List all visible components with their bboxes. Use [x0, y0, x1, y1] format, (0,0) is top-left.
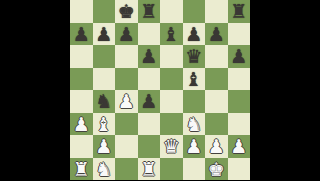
square-c3[interactable] — [115, 113, 138, 136]
piece-black-rook[interactable]: ♜ — [140, 0, 157, 22]
square-a5[interactable] — [70, 68, 93, 91]
square-f5[interactable]: ♝ — [183, 68, 206, 91]
square-c6[interactable] — [115, 45, 138, 68]
square-h1[interactable] — [228, 158, 251, 181]
square-c1[interactable] — [115, 158, 138, 181]
piece-white-bishop[interactable]: ♝ — [95, 113, 112, 135]
app-frame: ♚♜♜♟♟♟♝♟♟♟♛♟♝♞♟♟♟♝♞♟♛♟♟♟♜♞♜♚ — [0, 0, 320, 180]
square-h6[interactable]: ♟ — [228, 45, 251, 68]
square-h4[interactable] — [228, 90, 251, 113]
piece-black-pawn[interactable]: ♟ — [140, 90, 157, 112]
square-c5[interactable] — [115, 68, 138, 91]
piece-black-rook[interactable]: ♜ — [230, 0, 247, 22]
piece-white-pawn[interactable]: ♟ — [230, 135, 247, 157]
square-a3[interactable]: ♟ — [70, 113, 93, 136]
square-g3[interactable] — [205, 113, 228, 136]
square-e2[interactable]: ♛ — [160, 135, 183, 158]
piece-black-pawn[interactable]: ♟ — [95, 23, 112, 45]
square-h3[interactable] — [228, 113, 251, 136]
square-d6[interactable]: ♟ — [138, 45, 161, 68]
square-b3[interactable]: ♝ — [93, 113, 116, 136]
square-e3[interactable] — [160, 113, 183, 136]
piece-white-king[interactable]: ♚ — [208, 158, 225, 180]
square-b1[interactable]: ♞ — [93, 158, 116, 181]
square-g7[interactable]: ♟ — [205, 23, 228, 46]
square-c7[interactable]: ♟ — [115, 23, 138, 46]
square-d7[interactable] — [138, 23, 161, 46]
square-f3[interactable]: ♞ — [183, 113, 206, 136]
square-f8[interactable] — [183, 0, 206, 23]
square-e7[interactable]: ♝ — [160, 23, 183, 46]
square-a1[interactable]: ♜ — [70, 158, 93, 181]
piece-black-knight[interactable]: ♞ — [95, 90, 112, 112]
piece-white-knight[interactable]: ♞ — [95, 158, 112, 180]
square-h8[interactable]: ♜ — [228, 0, 251, 23]
piece-white-knight[interactable]: ♞ — [185, 113, 202, 135]
square-c8[interactable]: ♚ — [115, 0, 138, 23]
piece-white-pawn[interactable]: ♟ — [118, 90, 135, 112]
square-e4[interactable] — [160, 90, 183, 113]
piece-white-rook[interactable]: ♜ — [140, 158, 157, 180]
square-c4[interactable]: ♟ — [115, 90, 138, 113]
square-e8[interactable] — [160, 0, 183, 23]
piece-white-pawn[interactable]: ♟ — [95, 135, 112, 157]
square-h2[interactable]: ♟ — [228, 135, 251, 158]
square-a8[interactable] — [70, 0, 93, 23]
square-a4[interactable] — [70, 90, 93, 113]
piece-black-bishop[interactable]: ♝ — [185, 68, 202, 90]
piece-black-king[interactable]: ♚ — [118, 0, 135, 22]
square-f6[interactable]: ♛ — [183, 45, 206, 68]
piece-black-bishop[interactable]: ♝ — [163, 23, 180, 45]
square-e5[interactable] — [160, 68, 183, 91]
square-b2[interactable]: ♟ — [93, 135, 116, 158]
square-d8[interactable]: ♜ — [138, 0, 161, 23]
square-g1[interactable]: ♚ — [205, 158, 228, 181]
square-e1[interactable] — [160, 158, 183, 181]
square-f4[interactable] — [183, 90, 206, 113]
piece-black-pawn[interactable]: ♟ — [118, 23, 135, 45]
square-b7[interactable]: ♟ — [93, 23, 116, 46]
piece-black-pawn[interactable]: ♟ — [73, 23, 90, 45]
square-h7[interactable] — [228, 23, 251, 46]
square-h5[interactable] — [228, 68, 251, 91]
square-f1[interactable] — [183, 158, 206, 181]
piece-black-pawn[interactable]: ♟ — [185, 23, 202, 45]
piece-white-pawn[interactable]: ♟ — [185, 135, 202, 157]
square-d3[interactable] — [138, 113, 161, 136]
square-g4[interactable] — [205, 90, 228, 113]
square-g2[interactable]: ♟ — [205, 135, 228, 158]
square-b8[interactable] — [93, 0, 116, 23]
square-a7[interactable]: ♟ — [70, 23, 93, 46]
square-g5[interactable] — [205, 68, 228, 91]
square-d5[interactable] — [138, 68, 161, 91]
letterbox-right — [250, 0, 320, 180]
square-a6[interactable] — [70, 45, 93, 68]
piece-white-pawn[interactable]: ♟ — [208, 135, 225, 157]
square-b6[interactable] — [93, 45, 116, 68]
piece-white-rook[interactable]: ♜ — [73, 158, 90, 180]
square-b5[interactable] — [93, 68, 116, 91]
square-f7[interactable]: ♟ — [183, 23, 206, 46]
piece-white-pawn[interactable]: ♟ — [73, 113, 90, 135]
piece-white-queen[interactable]: ♛ — [163, 135, 180, 157]
piece-black-pawn[interactable]: ♟ — [140, 45, 157, 67]
square-g6[interactable] — [205, 45, 228, 68]
square-d4[interactable]: ♟ — [138, 90, 161, 113]
square-d1[interactable]: ♜ — [138, 158, 161, 181]
square-d2[interactable] — [138, 135, 161, 158]
piece-black-pawn[interactable]: ♟ — [230, 45, 247, 67]
square-c2[interactable] — [115, 135, 138, 158]
piece-black-queen[interactable]: ♛ — [185, 45, 202, 67]
square-a2[interactable] — [70, 135, 93, 158]
piece-black-pawn[interactable]: ♟ — [208, 23, 225, 45]
square-f2[interactable]: ♟ — [183, 135, 206, 158]
chess-board[interactable]: ♚♜♜♟♟♟♝♟♟♟♛♟♝♞♟♟♟♝♞♟♛♟♟♟♜♞♜♚ — [70, 0, 250, 180]
letterbox-left — [0, 0, 70, 180]
square-e6[interactable] — [160, 45, 183, 68]
square-g8[interactable] — [205, 0, 228, 23]
square-b4[interactable]: ♞ — [93, 90, 116, 113]
